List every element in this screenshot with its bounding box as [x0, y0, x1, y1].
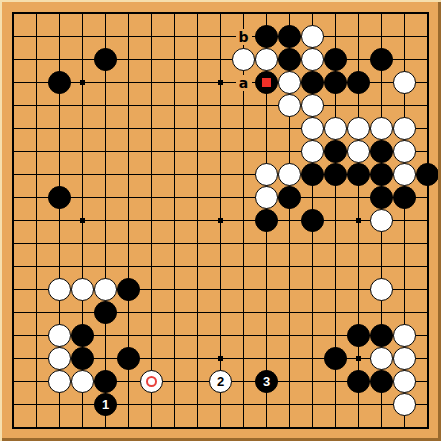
- black-stone[interactable]: [370, 48, 393, 71]
- white-stone[interactable]: [370, 117, 393, 140]
- white-stone[interactable]: [48, 278, 71, 301]
- white-stone[interactable]: [393, 117, 416, 140]
- black-stone[interactable]: [347, 324, 370, 347]
- black-stone[interactable]: [393, 186, 416, 209]
- black-stone[interactable]: [71, 347, 94, 370]
- black-stone[interactable]: [324, 140, 347, 163]
- white-stone[interactable]: [370, 278, 393, 301]
- white-stone[interactable]: [393, 370, 416, 393]
- white-stone[interactable]: [393, 347, 416, 370]
- white-stone[interactable]: [370, 209, 393, 232]
- grid-hline: [14, 243, 428, 244]
- star-point: [80, 80, 85, 85]
- star-point: [218, 356, 223, 361]
- black-stone[interactable]: [94, 48, 117, 71]
- star-point: [356, 218, 361, 223]
- black-stone[interactable]: [255, 71, 278, 94]
- black-stone[interactable]: [278, 48, 301, 71]
- white-stone[interactable]: [324, 117, 347, 140]
- white-stone[interactable]: [301, 117, 324, 140]
- black-stone[interactable]: 3: [255, 370, 278, 393]
- white-stone[interactable]: [301, 48, 324, 71]
- white-stone[interactable]: [301, 140, 324, 163]
- white-stone[interactable]: [255, 186, 278, 209]
- move-number: 1: [102, 398, 109, 411]
- black-stone[interactable]: [370, 324, 393, 347]
- white-stone[interactable]: [393, 163, 416, 186]
- white-stone[interactable]: [393, 140, 416, 163]
- black-stone[interactable]: [94, 301, 117, 324]
- black-stone[interactable]: [278, 186, 301, 209]
- white-stone[interactable]: [347, 117, 370, 140]
- white-stone[interactable]: [347, 140, 370, 163]
- black-stone[interactable]: [347, 370, 370, 393]
- black-stone[interactable]: [347, 163, 370, 186]
- black-stone[interactable]: [324, 347, 347, 370]
- move-number: 2: [217, 375, 224, 388]
- black-stone[interactable]: [324, 48, 347, 71]
- grid-hline: [14, 312, 428, 313]
- white-stone[interactable]: [278, 94, 301, 117]
- white-stone[interactable]: 2: [209, 370, 232, 393]
- go-diagram: 231ab: [0, 0, 441, 441]
- white-stone[interactable]: [94, 278, 117, 301]
- star-point: [356, 356, 361, 361]
- white-stone[interactable]: [393, 71, 416, 94]
- black-stone[interactable]: [71, 324, 94, 347]
- white-stone[interactable]: [393, 324, 416, 347]
- black-stone[interactable]: [278, 25, 301, 48]
- star-point: [218, 80, 223, 85]
- black-stone[interactable]: [370, 163, 393, 186]
- black-stone[interactable]: [324, 163, 347, 186]
- black-stone[interactable]: [370, 370, 393, 393]
- grid-hline: [14, 404, 428, 405]
- black-stone[interactable]: [255, 25, 278, 48]
- white-stone[interactable]: [71, 370, 94, 393]
- white-stone[interactable]: [278, 71, 301, 94]
- point-label-b[interactable]: b: [236, 29, 252, 45]
- star-point: [80, 218, 85, 223]
- star-point: [218, 218, 223, 223]
- white-stone[interactable]: [278, 163, 301, 186]
- black-stone[interactable]: [370, 140, 393, 163]
- white-stone[interactable]: [232, 48, 255, 71]
- black-stone[interactable]: [301, 163, 324, 186]
- white-stone[interactable]: [48, 324, 71, 347]
- white-stone[interactable]: [140, 370, 163, 393]
- black-stone[interactable]: 1: [94, 393, 117, 416]
- point-label-a[interactable]: a: [236, 75, 252, 91]
- grid-hline: [14, 266, 428, 267]
- black-stone[interactable]: [301, 71, 324, 94]
- white-stone[interactable]: [301, 25, 324, 48]
- white-stone[interactable]: [255, 48, 278, 71]
- black-stone[interactable]: [370, 186, 393, 209]
- black-stone[interactable]: [48, 71, 71, 94]
- white-stone[interactable]: [370, 347, 393, 370]
- circle-marker: [146, 376, 157, 387]
- white-stone[interactable]: [255, 163, 278, 186]
- black-stone[interactable]: [48, 186, 71, 209]
- white-stone[interactable]: [48, 370, 71, 393]
- black-stone[interactable]: [347, 71, 370, 94]
- black-stone[interactable]: [416, 163, 439, 186]
- white-stone[interactable]: [301, 94, 324, 117]
- square-marker: [262, 78, 271, 87]
- white-stone[interactable]: [71, 278, 94, 301]
- black-stone[interactable]: [94, 370, 117, 393]
- black-stone[interactable]: [324, 71, 347, 94]
- black-stone[interactable]: [117, 347, 140, 370]
- go-board[interactable]: 231ab: [0, 0, 441, 441]
- white-stone[interactable]: [48, 347, 71, 370]
- move-number: 3: [263, 375, 270, 388]
- black-stone[interactable]: [301, 209, 324, 232]
- black-stone[interactable]: [255, 209, 278, 232]
- black-stone[interactable]: [117, 278, 140, 301]
- white-stone[interactable]: [393, 393, 416, 416]
